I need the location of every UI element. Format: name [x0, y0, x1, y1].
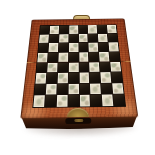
- board-square: [59, 26, 68, 34]
- board-square: [98, 25, 107, 33]
- board-square: [48, 43, 58, 52]
- board-square: [79, 84, 89, 95]
- board-square: [36, 63, 46, 73]
- board-square: [90, 83, 101, 94]
- board-square: [69, 25, 78, 33]
- board-square: [101, 72, 112, 82]
- board-square: [80, 95, 91, 106]
- board-square: [113, 95, 125, 106]
- board-square: [34, 84, 45, 95]
- board-square: [56, 95, 67, 107]
- board-square: [59, 43, 68, 52]
- board-square: [39, 34, 49, 43]
- board-square: [109, 43, 119, 52]
- board-square: [57, 73, 67, 83]
- board-square: [112, 83, 123, 94]
- board-square: [108, 34, 118, 42]
- board-square: [57, 84, 67, 95]
- chess-box: [20, 19, 138, 119]
- board-square: [49, 34, 58, 43]
- board-square: [46, 84, 57, 95]
- board-square: [88, 25, 97, 33]
- brass-glint-icon: [74, 119, 83, 122]
- board-square: [110, 62, 121, 72]
- board-square: [47, 63, 57, 73]
- board-square: [69, 62, 79, 72]
- board-square: [100, 62, 110, 72]
- board-square: [58, 62, 68, 72]
- board-square: [68, 95, 79, 106]
- board-square: [68, 73, 78, 83]
- board-square: [69, 34, 78, 43]
- board-square: [88, 34, 97, 42]
- board-square: [59, 34, 68, 43]
- board-square: [102, 95, 113, 106]
- board-square: [79, 43, 88, 52]
- board-square: [79, 73, 89, 83]
- board-square: [79, 25, 88, 33]
- chess-board: [32, 24, 126, 107]
- box-tilt-wrapper: [0, 0, 155, 155]
- board-square: [35, 73, 46, 83]
- board-square: [79, 34, 88, 43]
- board-square: [90, 62, 100, 72]
- board-square: [38, 43, 48, 52]
- board-square: [89, 43, 99, 52]
- board-square: [46, 73, 56, 83]
- board-square: [111, 72, 122, 82]
- board-square: [79, 62, 89, 72]
- board-square: [101, 83, 112, 94]
- board-square: [45, 95, 56, 107]
- clasp-slot: [65, 118, 91, 124]
- board-square: [69, 43, 78, 52]
- board-square: [50, 26, 59, 34]
- board-square: [98, 34, 108, 42]
- board-square: [90, 72, 100, 82]
- board-square: [107, 25, 117, 33]
- board-square: [91, 95, 102, 106]
- board-square: [40, 26, 49, 34]
- board-square: [33, 96, 44, 108]
- board-square: [99, 43, 109, 52]
- photo-scene: [0, 0, 155, 155]
- board-square: [68, 84, 78, 95]
